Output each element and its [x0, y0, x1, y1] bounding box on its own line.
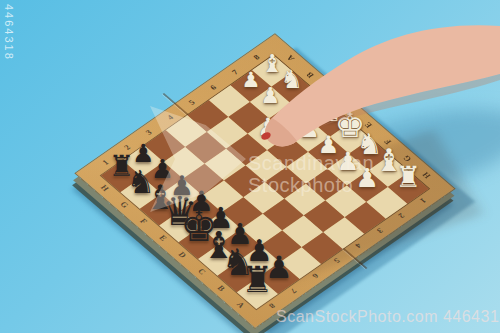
piece-glyph: ♞	[281, 67, 303, 92]
board-grid: ♝♞♛♚♞♝♜♟♟♟♟♟♟♟♟♟♟♟♟♟♟♟♜♞♝♛♚♝♞♜	[100, 54, 430, 310]
watermark-image-id: 4464318	[3, 4, 15, 61]
piece-glyph: ♜	[395, 163, 421, 192]
piece-glyph: ♟	[257, 114, 279, 138]
piece-glyph: ♟	[241, 69, 260, 90]
piece-glyph: ♟	[356, 164, 379, 190]
piece-glyph: ♜	[241, 261, 273, 297]
piece-glyph: ♟	[260, 85, 280, 107]
stock-photo-scene: ♝♞♛♚♞♝♜♟♟♟♟♟♟♟♟♟♟♟♟♟♟♟♜♞♝♛♚♝♞♜ ABCDEFGHH…	[0, 0, 500, 333]
piece-glyph: ♟	[298, 116, 320, 140]
chess-board: ♝♞♛♚♞♝♜♟♟♟♟♟♟♟♟♟♟♟♟♟♟♟♜♞♝♛♚♝♞♜ ABCDEFGHH…	[74, 33, 455, 329]
